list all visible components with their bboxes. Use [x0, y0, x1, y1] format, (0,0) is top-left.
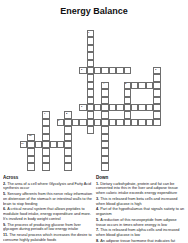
grid-cell-r10c14[interactable] — [124, 104, 131, 111]
clue-number: 5. — [96, 217, 100, 222]
grid-cell-r4c9[interactable] — [87, 60, 94, 67]
grid-cell-r7c16[interactable] — [138, 82, 145, 89]
grid-cell-r7c11[interactable]: 4 — [101, 82, 108, 89]
grid-cell-r6c9[interactable] — [87, 74, 94, 81]
grid-cell-r12c6[interactable] — [64, 119, 71, 126]
grid-cell-r12c13[interactable] — [116, 119, 123, 126]
across-clue-9: 9. The process of producing glucose from… — [3, 222, 93, 231]
grid-cell-r14c1[interactable]: 10 — [27, 134, 34, 141]
grid-cell-r10c10[interactable] — [94, 104, 101, 111]
grid-cell-r14c11[interactable] — [101, 134, 108, 141]
grid-cell-r3c9[interactable] — [87, 52, 94, 59]
grid-cell-r13c11[interactable] — [101, 126, 108, 133]
clue-number: 5. — [3, 192, 7, 197]
cell-number-9: 9 — [58, 119, 59, 121]
grid-cell-r10c9[interactable] — [87, 104, 94, 111]
grid-cell-r5c11[interactable] — [101, 67, 108, 74]
grid-cell-r8c9[interactable] — [87, 89, 94, 96]
cell-number-2: 2 — [81, 68, 82, 70]
grid-cell-r0c9[interactable]: 1 — [87, 30, 94, 37]
cell-number-7: 7 — [44, 112, 45, 114]
grid-cell-r5c10[interactable] — [94, 67, 101, 74]
down-clue-4: 4. Part of the hypothalamus that signals… — [96, 207, 186, 216]
grid-cell-r15c1[interactable] — [27, 141, 34, 148]
down-clue-3: 3. This is released from beta cells and … — [96, 196, 186, 205]
down-clue-1: 1. Dietary carbohydrate, protein and fat… — [96, 181, 186, 195]
grid-cell-r7c9[interactable] — [87, 82, 94, 89]
grid-cell-r13c6[interactable] — [64, 126, 71, 133]
grid-cell-r5c14[interactable] — [124, 67, 131, 74]
cell-number-4: 4 — [103, 82, 104, 84]
grid-cell-r12c5[interactable]: 9 — [57, 119, 64, 126]
grid-cell-r10c11[interactable] — [101, 104, 108, 111]
grid-cell-r13c9[interactable] — [87, 126, 94, 133]
down-clue-5: 5. A reduction of this neuropeptide from… — [96, 217, 186, 226]
cell-number-1: 1 — [88, 31, 89, 33]
grid-cell-r7c18[interactable] — [153, 82, 160, 89]
across-clue-11: 11. The neural process which increases t… — [3, 232, 93, 241]
clue-number: 1. — [96, 181, 100, 186]
grid-cell-r11c11[interactable] — [101, 111, 108, 118]
grid-cell-r11c3[interactable]: 7 — [42, 111, 49, 118]
grid-cell-r16c6[interactable] — [64, 148, 71, 155]
grid-cell-r10c12[interactable] — [109, 104, 116, 111]
clue-number: 2. — [3, 181, 7, 186]
grid-cell-r1c9[interactable] — [87, 37, 94, 44]
grid-cell-r10c8[interactable]: 6 — [79, 104, 86, 111]
grid-cell-r12c12[interactable] — [109, 119, 116, 126]
cell-number-10: 10 — [29, 134, 32, 136]
grid-cell-r14c3[interactable] — [42, 134, 49, 141]
grid-cell-r12c7[interactable] — [72, 119, 79, 126]
down-clues-column: Down 1. Dietary carbohydrate, protein an… — [96, 175, 186, 243]
grid-cell-r10c16[interactable] — [138, 104, 145, 111]
grid-cell-r6c18[interactable] — [153, 74, 160, 81]
grid-cell-r12c3[interactable] — [42, 119, 49, 126]
grid-cell-r11c6[interactable]: 8 — [64, 111, 71, 118]
grid-cell-r10c17[interactable] — [146, 104, 153, 111]
grid-cell-r9c18[interactable] — [153, 97, 160, 104]
cell-number-8: 8 — [66, 112, 67, 114]
grid-cell-r7c15[interactable] — [131, 82, 138, 89]
across-header: Across — [3, 175, 93, 180]
grid-cell-r8c14[interactable] — [124, 89, 131, 96]
crossword-page: Energy Balance 1234567891011 Across 2. T… — [0, 0, 188, 243]
cell-number-11: 11 — [21, 142, 23, 144]
grid-cell-r18c11[interactable] — [101, 163, 108, 170]
grid-cell-r5c13[interactable] — [116, 67, 123, 74]
cell-number-5: 5 — [125, 82, 126, 84]
grid-cell-r12c9[interactable] — [87, 119, 94, 126]
cell-number-3: 3 — [155, 68, 156, 70]
clue-number: 3. — [96, 196, 100, 201]
down-clue-8: 8. An adipose tissue hormone that indica… — [96, 238, 186, 243]
grid-cell-r11c18[interactable] — [153, 111, 160, 118]
grid-cell-r15c6[interactable] — [64, 141, 71, 148]
grid-cell-r12c14[interactable] — [124, 119, 131, 126]
grid-cell-r17c6[interactable] — [64, 156, 71, 163]
across-clue-6: 6. A critical neural system that allows … — [3, 207, 93, 221]
down-clue-list: 1. Dietary carbohydrate, protein and fat… — [96, 181, 186, 243]
across-clue-2: 2. The area of a cell where Glycolysis a… — [3, 181, 93, 190]
grid-cell-r10c13[interactable] — [116, 104, 123, 111]
grid-cell-r11c14[interactable] — [124, 111, 131, 118]
grid-cell-r10c15[interactable] — [131, 104, 138, 111]
grid-cell-r9c9[interactable] — [87, 97, 94, 104]
across-clues-column: Across 2. The area of a cell where Glyco… — [3, 175, 93, 243]
across-clue-list: 2. The area of a cell where Glycolysis a… — [3, 181, 93, 242]
clue-number: 9. — [3, 222, 7, 227]
grid-cell-r17c3[interactable] — [42, 156, 49, 163]
grid-cell-r7c17[interactable] — [146, 82, 153, 89]
grid-cell-r16c11[interactable] — [101, 148, 108, 155]
grid-cell-r12c8[interactable] — [79, 119, 86, 126]
grid-cell-r5c18[interactable]: 3 — [153, 67, 160, 74]
grid-cell-r5c12[interactable] — [109, 67, 116, 74]
grid-cell-r15c0[interactable]: 11 — [20, 141, 27, 148]
grid-cell-r12c15[interactable] — [131, 119, 138, 126]
grid-cell-r2c9[interactable] — [87, 45, 94, 52]
grid-cell-r18c3[interactable] — [42, 163, 49, 170]
grid-cell-r12c17[interactable] — [146, 119, 153, 126]
clue-number: 8. — [96, 238, 100, 243]
grid-cell-r14c6[interactable] — [64, 134, 71, 141]
down-header: Down — [96, 175, 186, 180]
grid-cell-r7c14[interactable]: 5 — [124, 82, 131, 89]
clue-number: 6. — [3, 207, 7, 212]
grid-cell-r5c9[interactable] — [87, 67, 94, 74]
grid-cell-r5c8[interactable]: 2 — [79, 67, 86, 74]
grid-cell-r9c14[interactable] — [124, 97, 131, 104]
grid-cell-r16c3[interactable] — [42, 148, 49, 155]
grid-cell-r9c11[interactable] — [101, 97, 108, 104]
grid-cell-r15c5[interactable] — [57, 141, 64, 148]
grid-cell-r12c11[interactable] — [101, 119, 108, 126]
grid-cell-r12c10[interactable] — [94, 119, 101, 126]
puzzle-title: Energy Balance — [0, 6, 188, 16]
grid-cell-r8c18[interactable] — [153, 89, 160, 96]
grid-cell-r13c3[interactable] — [42, 126, 49, 133]
grid-cell-r15c3[interactable] — [42, 141, 49, 148]
grid-cell-r15c2[interactable] — [35, 141, 42, 148]
grid-cell-r12c16[interactable] — [138, 119, 145, 126]
grid-cell-r15c4[interactable] — [50, 141, 57, 148]
across-clue-5: 5. Sensory afferents from this nerve rel… — [3, 192, 93, 206]
grid-cell-r8c11[interactable] — [101, 89, 108, 96]
grid-cell-r17c11[interactable] — [101, 156, 108, 163]
grid-cell-r11c9[interactable] — [87, 111, 94, 118]
down-clue-7: 7. This is released from alpha cells and… — [96, 228, 186, 237]
clue-number: 4. — [96, 207, 100, 212]
clue-number: 7. — [96, 228, 100, 233]
cell-number-6: 6 — [81, 105, 82, 107]
grid-cell-r10c18[interactable] — [153, 104, 160, 111]
grid-cell-r18c1[interactable] — [27, 163, 34, 170]
clue-number: 11. — [3, 232, 9, 237]
grid-cell-r17c1[interactable] — [27, 156, 34, 163]
grid-cell-r15c11[interactable] — [101, 141, 108, 148]
grid-cell-r12c18[interactable] — [153, 119, 160, 126]
grid-cell-r18c6[interactable] — [64, 163, 71, 170]
grid-cell-r16c1[interactable] — [27, 148, 34, 155]
